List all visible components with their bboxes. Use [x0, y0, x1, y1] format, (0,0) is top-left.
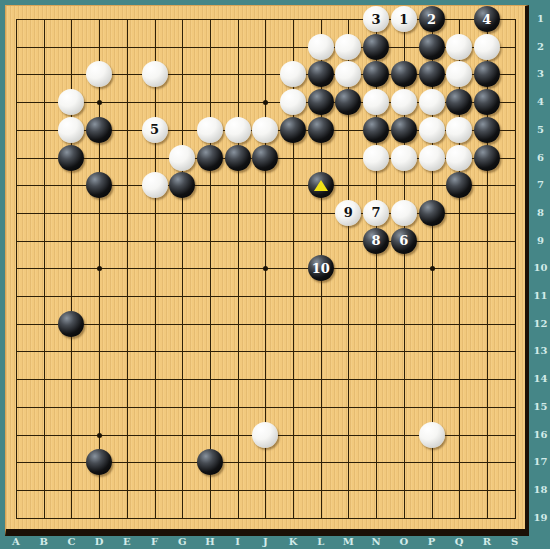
white-stone-C5: [58, 117, 84, 143]
black-stone-R3: [474, 61, 500, 87]
black-stone-P2: [419, 34, 445, 60]
column-label-A: A: [8, 536, 24, 547]
column-label-N: N: [368, 536, 384, 547]
grid-line-horizontal: [16, 351, 516, 352]
column-label-J: J: [257, 536, 273, 547]
black-stone-P8: [419, 200, 445, 226]
black-stone-H6: [197, 145, 223, 171]
black-stone-R1: 4: [474, 6, 500, 32]
grid-line-vertical: [238, 19, 239, 519]
white-stone-P4: [419, 89, 445, 115]
black-stone-G7: [169, 172, 195, 198]
white-stone-M2: [335, 34, 361, 60]
black-stone-R5: [474, 117, 500, 143]
column-label-P: P: [424, 536, 440, 547]
row-label-15: 15: [531, 401, 550, 412]
row-label-6: 6: [531, 152, 550, 163]
white-stone-C4: [58, 89, 84, 115]
white-stone-M3: [335, 61, 361, 87]
black-stone-O9: 6: [391, 228, 417, 254]
black-stone-N3: [363, 61, 389, 87]
row-label-16: 16: [531, 429, 550, 440]
white-stone-F7: [142, 172, 168, 198]
black-stone-D7: [86, 172, 112, 198]
black-stone-K5: [280, 117, 306, 143]
grid-line-vertical: [16, 19, 17, 519]
row-label-3: 3: [531, 68, 550, 79]
black-stone-L3: [308, 61, 334, 87]
white-stone-K3: [280, 61, 306, 87]
row-label-10: 10: [531, 262, 550, 273]
go-board-viewer: 31245978610 ABCDEFGHIJKLMNOPQRS 12345678…: [0, 0, 550, 549]
grid-line-horizontal: [16, 490, 516, 491]
grid-line-vertical: [155, 19, 156, 519]
black-stone-L5: [308, 117, 334, 143]
grid-line-horizontal: [16, 518, 516, 519]
column-label-F: F: [147, 536, 163, 547]
column-label-M: M: [340, 536, 356, 547]
white-stone-K4: [280, 89, 306, 115]
white-stone-L2: [308, 34, 334, 60]
white-stone-R2: [474, 34, 500, 60]
star-point: [97, 433, 102, 438]
white-stone-N6: [363, 145, 389, 171]
row-label-8: 8: [531, 207, 550, 218]
row-label-4: 4: [531, 96, 550, 107]
grid-line-vertical: [44, 19, 45, 519]
row-label-13: 13: [531, 345, 550, 356]
black-stone-Q4: [446, 89, 472, 115]
column-label-D: D: [91, 536, 107, 547]
black-stone-L4: [308, 89, 334, 115]
star-point: [263, 266, 268, 271]
white-stone-O4: [391, 89, 417, 115]
column-label-C: C: [63, 536, 79, 547]
row-label-17: 17: [531, 456, 550, 467]
row-label-5: 5: [531, 124, 550, 135]
column-label-S: S: [507, 536, 523, 547]
column-label-R: R: [479, 536, 495, 547]
row-label-11: 11: [531, 290, 550, 301]
white-stone-M8: 9: [335, 200, 361, 226]
white-stone-O1: 1: [391, 6, 417, 32]
column-label-L: L: [313, 536, 329, 547]
black-stone-I6: [225, 145, 251, 171]
column-label-B: B: [36, 536, 52, 547]
white-stone-Q2: [446, 34, 472, 60]
black-stone-Q7: [446, 172, 472, 198]
star-point: [430, 266, 435, 271]
star-point: [97, 266, 102, 271]
move-number-label: 4: [482, 13, 491, 26]
white-stone-F5: 5: [142, 117, 168, 143]
black-stone-C12: [58, 311, 84, 337]
grid-line-horizontal: [16, 407, 516, 408]
black-stone-C6: [58, 145, 84, 171]
black-stone-N2: [363, 34, 389, 60]
black-stone-P3: [419, 61, 445, 87]
row-label-9: 9: [531, 235, 550, 246]
white-stone-P5: [419, 117, 445, 143]
black-stone-O3: [391, 61, 417, 87]
white-stone-N8: 7: [363, 200, 389, 226]
white-stone-O8: [391, 200, 417, 226]
column-label-O: O: [396, 536, 412, 547]
star-point: [97, 100, 102, 105]
black-stone-P1: 2: [419, 6, 445, 32]
white-stone-G6: [169, 145, 195, 171]
black-stone-L7: [308, 172, 334, 198]
grid-line-vertical: [210, 19, 211, 519]
column-label-Q: Q: [451, 536, 467, 547]
black-stone-H17: [197, 449, 223, 475]
column-label-G: G: [174, 536, 190, 547]
move-number-label: 1: [399, 13, 408, 26]
white-stone-D3: [86, 61, 112, 87]
black-stone-D5: [86, 117, 112, 143]
row-label-1: 1: [531, 13, 550, 24]
grid-line-horizontal: [16, 324, 516, 325]
white-stone-Q5: [446, 117, 472, 143]
row-label-14: 14: [531, 373, 550, 384]
black-stone-R6: [474, 145, 500, 171]
white-stone-J16: [252, 422, 278, 448]
white-stone-Q6: [446, 145, 472, 171]
column-label-K: K: [285, 536, 301, 547]
white-stone-N4: [363, 89, 389, 115]
grid-line-horizontal: [16, 241, 516, 242]
move-number-label: 7: [372, 206, 381, 219]
star-point: [263, 100, 268, 105]
black-stone-L10: 10: [308, 255, 334, 281]
white-stone-I5: [225, 117, 251, 143]
grid-line-horizontal: [16, 379, 516, 380]
row-label-12: 12: [531, 318, 550, 329]
column-label-E: E: [119, 536, 135, 547]
move-number-label: 2: [427, 13, 436, 26]
black-stone-N5: [363, 117, 389, 143]
grid-line-vertical: [127, 19, 128, 519]
grid-line-vertical: [515, 19, 516, 519]
white-stone-P16: [419, 422, 445, 448]
move-number-label: 5: [150, 123, 159, 136]
white-stone-F3: [142, 61, 168, 87]
white-stone-N1: 3: [363, 6, 389, 32]
column-label-I: I: [230, 536, 246, 547]
board-grid: 31245978610: [16, 19, 516, 519]
row-label-2: 2: [531, 41, 550, 52]
grid-line-vertical: [182, 19, 183, 519]
move-number-label: 8: [372, 234, 381, 247]
move-number-label: 3: [372, 13, 381, 26]
black-stone-J6: [252, 145, 278, 171]
row-label-19: 19: [531, 512, 550, 523]
black-stone-D17: [86, 449, 112, 475]
white-stone-Q3: [446, 61, 472, 87]
row-label-18: 18: [531, 484, 550, 495]
go-board[interactable]: 31245978610: [5, 5, 529, 536]
white-stone-J5: [252, 117, 278, 143]
black-stone-M4: [335, 89, 361, 115]
black-stone-O5: [391, 117, 417, 143]
triangle-mark-icon: [314, 180, 328, 191]
column-label-H: H: [202, 536, 218, 547]
black-stone-N9: 8: [363, 228, 389, 254]
grid-line-horizontal: [16, 296, 516, 297]
move-number-label: 9: [344, 206, 353, 219]
move-number-label: 6: [399, 234, 408, 247]
white-stone-H5: [197, 117, 223, 143]
row-label-7: 7: [531, 179, 550, 190]
white-stone-O6: [391, 145, 417, 171]
move-number-label: 10: [312, 262, 330, 275]
white-stone-P6: [419, 145, 445, 171]
black-stone-R4: [474, 89, 500, 115]
